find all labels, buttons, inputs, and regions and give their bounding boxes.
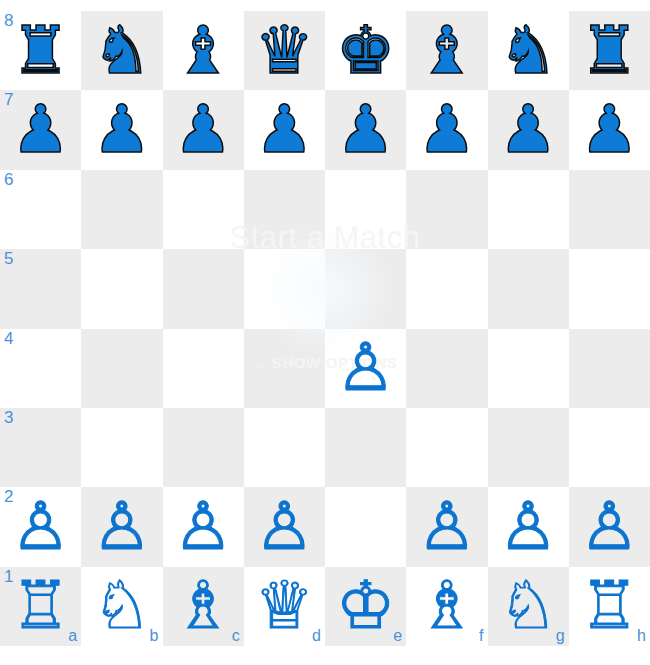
square-c7[interactable]: ♟ [163,90,244,169]
piece-white-knight[interactable]: ♘ [81,567,162,646]
square-d6[interactable] [244,170,325,249]
piece-white-bishop[interactable]: ♗ [406,567,487,646]
square-c4[interactable] [163,329,244,408]
square-f6[interactable] [406,170,487,249]
square-b6[interactable] [81,170,162,249]
piece-white-pawn[interactable]: ♙ [569,487,650,566]
square-f4[interactable] [406,329,487,408]
square-g8[interactable]: ♞ [488,11,569,90]
piece-black-pawn[interactable]: ♟ [163,90,244,169]
piece-white-pawn[interactable]: ♙ [488,487,569,566]
square-e8[interactable]: ♚ [325,11,406,90]
square-b8[interactable]: ♞ [81,11,162,90]
square-d3[interactable] [244,408,325,487]
square-e7[interactable]: ♟ [325,90,406,169]
square-a3[interactable]: 3 [0,408,81,487]
square-d2[interactable]: ♙ [244,487,325,566]
piece-black-knight[interactable]: ♞ [488,11,569,90]
square-b1[interactable]: b♘ [81,567,162,646]
square-a7[interactable]: 7♟ [0,90,81,169]
square-b4[interactable] [81,329,162,408]
piece-black-rook[interactable]: ♜ [569,11,650,90]
piece-white-pawn[interactable]: ♙ [163,487,244,566]
square-b2[interactable]: ♙ [81,487,162,566]
square-a1[interactable]: 1a♖ [0,567,81,646]
square-e6[interactable] [325,170,406,249]
square-f2[interactable]: ♙ [406,487,487,566]
square-e2[interactable] [325,487,406,566]
square-h6[interactable] [569,170,650,249]
piece-white-rook[interactable]: ♖ [0,567,81,646]
square-g6[interactable] [488,170,569,249]
square-b5[interactable] [81,249,162,328]
square-b3[interactable] [81,408,162,487]
piece-white-bishop[interactable]: ♗ [163,567,244,646]
square-g7[interactable]: ♟ [488,90,569,169]
piece-black-queen[interactable]: ♛ [244,11,325,90]
square-c3[interactable] [163,408,244,487]
square-h1[interactable]: h♖ [569,567,650,646]
square-e3[interactable] [325,408,406,487]
square-a2[interactable]: 2♙ [0,487,81,566]
square-g4[interactable] [488,329,569,408]
square-a6[interactable]: 6 [0,170,81,249]
rank-label-5: 5 [4,250,13,269]
square-f7[interactable]: ♟ [406,90,487,169]
square-d8[interactable]: ♛ [244,11,325,90]
piece-black-pawn[interactable]: ♟ [244,90,325,169]
square-a8[interactable]: 8♜ [0,11,81,90]
piece-black-pawn[interactable]: ♟ [406,90,487,169]
piece-black-knight[interactable]: ♞ [81,11,162,90]
piece-white-queen[interactable]: ♕ [244,567,325,646]
piece-white-pawn[interactable]: ♙ [325,329,406,408]
square-h5[interactable] [569,249,650,328]
square-h3[interactable] [569,408,650,487]
piece-black-rook[interactable]: ♜ [0,11,81,90]
piece-white-rook[interactable]: ♖ [569,567,650,646]
square-g1[interactable]: g♘ [488,567,569,646]
square-a5[interactable]: 5 [0,249,81,328]
square-f8[interactable]: ♝ [406,11,487,90]
square-b7[interactable]: ♟ [81,90,162,169]
square-c2[interactable]: ♙ [163,487,244,566]
square-d7[interactable]: ♟ [244,90,325,169]
square-f1[interactable]: f♗ [406,567,487,646]
rank-label-3: 3 [4,409,13,428]
chess-board-area: Start a Match ⌄SHOW OPTIONS 8♜♞♝♛♚♝♞♜7♟♟… [0,11,650,646]
square-c5[interactable] [163,249,244,328]
square-d5[interactable] [244,249,325,328]
piece-white-pawn[interactable]: ♙ [244,487,325,566]
piece-black-pawn[interactable]: ♟ [569,90,650,169]
rank-label-6: 6 [4,171,13,190]
piece-white-knight[interactable]: ♘ [488,567,569,646]
piece-black-pawn[interactable]: ♟ [325,90,406,169]
square-e1[interactable]: e♔ [325,567,406,646]
piece-black-bishop[interactable]: ♝ [163,11,244,90]
square-f3[interactable] [406,408,487,487]
piece-black-pawn[interactable]: ♟ [81,90,162,169]
square-c8[interactable]: ♝ [163,11,244,90]
square-c1[interactable]: c♗ [163,567,244,646]
square-h7[interactable]: ♟ [569,90,650,169]
piece-black-pawn[interactable]: ♟ [0,90,81,169]
square-e5[interactable] [325,249,406,328]
square-e4[interactable]: ♙ [325,329,406,408]
square-h8[interactable]: ♜ [569,11,650,90]
square-h4[interactable] [569,329,650,408]
square-c6[interactable] [163,170,244,249]
piece-white-pawn[interactable]: ♙ [81,487,162,566]
square-d4[interactable] [244,329,325,408]
piece-black-pawn[interactable]: ♟ [488,90,569,169]
piece-white-pawn[interactable]: ♙ [406,487,487,566]
piece-white-king[interactable]: ♔ [325,567,406,646]
square-f5[interactable] [406,249,487,328]
square-g5[interactable] [488,249,569,328]
square-a4[interactable]: 4 [0,329,81,408]
square-d1[interactable]: d♕ [244,567,325,646]
square-g2[interactable]: ♙ [488,487,569,566]
piece-black-bishop[interactable]: ♝ [406,11,487,90]
square-h2[interactable]: ♙ [569,487,650,566]
piece-white-pawn[interactable]: ♙ [0,487,81,566]
chess-board: 8♜♞♝♛♚♝♞♜7♟♟♟♟♟♟♟♟654♙32♙♙♙♙♙♙♙1a♖b♘c♗d♕… [0,11,650,646]
piece-black-king[interactable]: ♚ [325,11,406,90]
rank-label-4: 4 [4,330,13,349]
square-g3[interactable] [488,408,569,487]
